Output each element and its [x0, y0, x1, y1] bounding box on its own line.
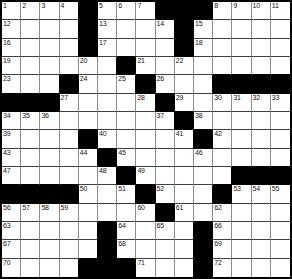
clue-number: 34: [3, 112, 10, 120]
black-cell-r1c5: [79, 2, 98, 20]
cell-r14c7[interactable]: 68: [117, 240, 136, 258]
clue-number: 69: [214, 240, 221, 248]
cell-r14c15[interactable]: [271, 240, 290, 258]
clue-number: 48: [99, 167, 106, 175]
clue-number: 71: [137, 259, 144, 267]
cell-r3c9[interactable]: [156, 39, 175, 57]
cell-r3c4[interactable]: [60, 39, 79, 57]
clue-number: 18: [195, 39, 202, 47]
cell-r15c13[interactable]: [232, 259, 251, 277]
cell-r2c14[interactable]: [252, 20, 271, 38]
clue-number: 33: [272, 94, 279, 102]
cell-r9c10[interactable]: [175, 149, 194, 167]
cell-r3c12[interactable]: [213, 39, 232, 57]
cell-r2c6[interactable]: 13: [98, 20, 117, 38]
cell-r5c3[interactable]: [40, 75, 59, 93]
black-cell-r12c9: [156, 204, 175, 222]
cell-r9c4[interactable]: [60, 149, 79, 167]
black-cell-r15c11: [194, 259, 213, 277]
cell-r5c9[interactable]: 26: [156, 75, 175, 93]
cell-r13c14[interactable]: [252, 222, 271, 240]
cell-r14c14[interactable]: [252, 240, 271, 258]
cell-r9c14[interactable]: [252, 149, 271, 167]
cell-r12c4[interactable]: 59: [60, 204, 79, 222]
black-cell-r13c11: [194, 222, 213, 240]
cell-r9c15[interactable]: [271, 149, 290, 167]
clue-number: 62: [214, 204, 221, 212]
cell-r7c6[interactable]: [98, 112, 117, 130]
clue-number: 44: [80, 149, 87, 157]
black-cell-r6c1: [2, 94, 21, 112]
cell-r13c4[interactable]: [60, 222, 79, 240]
clue-number: 65: [157, 222, 164, 230]
cell-r6c11[interactable]: [194, 94, 213, 112]
black-cell-r5c8: [136, 75, 155, 93]
cell-r4c8[interactable]: 21: [136, 57, 155, 75]
cell-r11c13[interactable]: 53: [232, 185, 251, 203]
cell-r8c2[interactable]: [21, 130, 40, 148]
cell-r6c7[interactable]: [117, 94, 136, 112]
cell-r5c2[interactable]: [21, 75, 40, 93]
cell-r6c4[interactable]: 27: [60, 94, 79, 112]
cell-r4c9[interactable]: [156, 57, 175, 75]
cell-r15c10[interactable]: [175, 259, 194, 277]
clue-number: 49: [137, 167, 144, 175]
clue-number: 47: [3, 167, 10, 175]
cell-r9c11[interactable]: 46: [194, 149, 213, 167]
cell-r15c4[interactable]: [60, 259, 79, 277]
clue-number: 37: [157, 112, 164, 120]
cell-r7c15[interactable]: [271, 112, 290, 130]
clue-number: 43: [3, 149, 10, 157]
clue-number: 13: [99, 20, 106, 28]
cell-r11c6[interactable]: [98, 185, 117, 203]
clue-number: 29: [176, 94, 183, 102]
cell-r10c8[interactable]: 49: [136, 167, 155, 185]
cell-r2c2[interactable]: [21, 20, 40, 38]
cell-r12c14[interactable]: [252, 204, 271, 222]
cell-r7c14[interactable]: [252, 112, 271, 130]
clue-number: 40: [99, 130, 106, 138]
black-cell-r3c10: [175, 39, 194, 57]
cell-r7c7[interactable]: [117, 112, 136, 130]
cell-r9c13[interactable]: [232, 149, 251, 167]
black-cell-r1c9: [156, 2, 175, 20]
clue-number: 17: [99, 39, 106, 47]
clue-number: 42: [214, 130, 221, 138]
black-cell-r10c13: [232, 167, 251, 185]
black-cell-r15c7: [117, 259, 136, 277]
cell-r2c15[interactable]: [271, 20, 290, 38]
black-cell-r11c12: [213, 185, 232, 203]
clue-number: 57: [22, 204, 29, 212]
cell-r7c5[interactable]: [79, 112, 98, 130]
black-cell-r5c14: [252, 75, 271, 93]
cell-r10c5[interactable]: [79, 167, 98, 185]
cell-r12c8[interactable]: 60: [136, 204, 155, 222]
cell-r13c5[interactable]: [79, 222, 98, 240]
cell-r5c6[interactable]: [98, 75, 117, 93]
cell-r13c3[interactable]: [40, 222, 59, 240]
cell-r2c7[interactable]: [117, 20, 136, 38]
cell-r10c9[interactable]: [156, 167, 175, 185]
cell-r7c13[interactable]: [232, 112, 251, 130]
cell-r15c8[interactable]: 71: [136, 259, 155, 277]
cell-r8c14[interactable]: [252, 130, 271, 148]
cell-r2c12[interactable]: [213, 20, 232, 38]
clue-number: 53: [233, 185, 240, 193]
clue-number: 4: [61, 2, 65, 10]
cell-r5c7[interactable]: 25: [117, 75, 136, 93]
cell-r14c8[interactable]: [136, 240, 155, 258]
cell-r15c14[interactable]: [252, 259, 271, 277]
cell-r12c12[interactable]: 62: [213, 204, 232, 222]
black-cell-r5c13: [232, 75, 251, 93]
cell-r2c11[interactable]: 15: [194, 20, 213, 38]
clue-number: 35: [22, 112, 29, 120]
cell-r11c9[interactable]: 52: [156, 185, 175, 203]
cell-r2c1[interactable]: 12: [2, 20, 21, 38]
cell-r15c12[interactable]: 72: [213, 259, 232, 277]
cell-r8c3[interactable]: [40, 130, 59, 148]
cell-r13c10[interactable]: [175, 222, 194, 240]
cell-r11c14[interactable]: 54: [252, 185, 271, 203]
cell-r12c11[interactable]: [194, 204, 213, 222]
cell-r14c1[interactable]: 67: [2, 240, 21, 258]
cell-r9c2[interactable]: [21, 149, 40, 167]
clue-number: 32: [253, 94, 260, 102]
black-cell-r6c3: [40, 94, 59, 112]
cell-r2c4[interactable]: [60, 20, 79, 38]
black-cell-r2c5: [79, 20, 98, 38]
black-cell-r6c9: [156, 94, 175, 112]
cell-r3c3[interactable]: [40, 39, 59, 57]
clue-number: 31: [233, 94, 240, 102]
cell-r1c15[interactable]: 11: [271, 2, 290, 20]
cell-r4c14[interactable]: [252, 57, 271, 75]
clue-number: 50: [80, 185, 87, 193]
cell-r15c2[interactable]: [21, 259, 40, 277]
cell-r8c7[interactable]: [117, 130, 136, 148]
cell-r2c8[interactable]: [136, 20, 155, 38]
black-cell-r10c7: [117, 167, 136, 185]
cell-r1c1[interactable]: 1: [2, 2, 21, 20]
clue-number: 58: [41, 204, 48, 212]
black-cell-r3c5: [79, 39, 98, 57]
clue-number: 24: [80, 75, 87, 83]
cell-r8c1[interactable]: 39: [2, 130, 21, 148]
cell-r10c12[interactable]: [213, 167, 232, 185]
cell-r6c5[interactable]: [79, 94, 98, 112]
black-cell-r11c8: [136, 185, 155, 203]
cell-r4c12[interactable]: [213, 57, 232, 75]
cell-r9c1[interactable]: 43: [2, 149, 21, 167]
clue-number: 56: [3, 204, 10, 212]
cell-r6c10[interactable]: 29: [175, 94, 194, 112]
clue-number: 38: [195, 112, 202, 120]
cell-r13c13[interactable]: [232, 222, 251, 240]
black-cell-r11c4: [60, 185, 79, 203]
cell-r4c15[interactable]: [271, 57, 290, 75]
clue-number: 2: [22, 2, 26, 10]
cell-r7c12[interactable]: [213, 112, 232, 130]
black-cell-r15c5: [79, 259, 98, 277]
cell-r6c12[interactable]: 30: [213, 94, 232, 112]
cell-r13c1[interactable]: 63: [2, 222, 21, 240]
black-cell-r5c15: [271, 75, 290, 93]
cell-r14c3[interactable]: [40, 240, 59, 258]
clue-number: 28: [137, 94, 144, 102]
cell-r7c9[interactable]: 37: [156, 112, 175, 130]
clue-number: 60: [137, 204, 144, 212]
clue-number: 51: [118, 185, 125, 193]
clue-number: 54: [253, 185, 260, 193]
cell-r1c12[interactable]: 8: [213, 2, 232, 20]
cell-r12c13[interactable]: [232, 204, 251, 222]
clue-number: 64: [118, 222, 125, 230]
clue-number: 61: [176, 204, 183, 212]
cell-r12c7[interactable]: [117, 204, 136, 222]
cell-r1c4[interactable]: 4: [60, 2, 79, 20]
cell-r5c5[interactable]: 24: [79, 75, 98, 93]
cell-r8c8[interactable]: [136, 130, 155, 148]
cell-r10c10[interactable]: [175, 167, 194, 185]
cell-r14c9[interactable]: [156, 240, 175, 258]
cell-r6c13[interactable]: 31: [232, 94, 251, 112]
cell-r8c12[interactable]: 42: [213, 130, 232, 148]
cell-r4c3[interactable]: [40, 57, 59, 75]
cell-r9c3[interactable]: [40, 149, 59, 167]
clue-number: 46: [195, 149, 202, 157]
cell-r14c2[interactable]: [21, 240, 40, 258]
cell-r1c7[interactable]: 6: [117, 2, 136, 20]
cell-r10c6[interactable]: 48: [98, 167, 117, 185]
cell-r11c5[interactable]: 50: [79, 185, 98, 203]
cell-r3c7[interactable]: [117, 39, 136, 57]
cell-r13c9[interactable]: 65: [156, 222, 175, 240]
cell-r3c15[interactable]: [271, 39, 290, 57]
cell-r15c1[interactable]: 70: [2, 259, 21, 277]
cell-r13c15[interactable]: [271, 222, 290, 240]
cell-r8c9[interactable]: [156, 130, 175, 148]
clue-number: 11: [272, 2, 279, 10]
cell-r12c15[interactable]: [271, 204, 290, 222]
cell-r11c7[interactable]: 51: [117, 185, 136, 203]
cell-r12c3[interactable]: 58: [40, 204, 59, 222]
black-cell-r8c5: [79, 130, 98, 148]
clue-number: 70: [3, 259, 10, 267]
cell-r4c13[interactable]: [232, 57, 251, 75]
cell-r10c3[interactable]: [40, 167, 59, 185]
cell-r9c7[interactable]: 45: [117, 149, 136, 167]
cell-r4c10[interactable]: 22: [175, 57, 194, 75]
cell-r9c8[interactable]: [136, 149, 155, 167]
black-cell-r11c3: [40, 185, 59, 203]
cell-r7c11[interactable]: 38: [194, 112, 213, 130]
cell-r14c13[interactable]: [232, 240, 251, 258]
cell-r13c7[interactable]: 64: [117, 222, 136, 240]
cell-r6c6[interactable]: [98, 94, 117, 112]
clue-number: 66: [214, 222, 221, 230]
clue-number: 39: [3, 130, 10, 138]
cell-r4c4[interactable]: [60, 57, 79, 75]
clue-number: 55: [272, 185, 279, 193]
cell-r11c11[interactable]: [194, 185, 213, 203]
black-cell-r6c2: [21, 94, 40, 112]
cell-r4c1[interactable]: 19: [2, 57, 21, 75]
clue-number: 16: [3, 39, 10, 47]
cell-r5c10[interactable]: [175, 75, 194, 93]
clue-number: 6: [118, 2, 122, 10]
clue-number: 7: [137, 2, 141, 10]
cell-r12c5[interactable]: [79, 204, 98, 222]
cell-r8c6[interactable]: 40: [98, 130, 117, 148]
cell-r7c4[interactable]: [60, 112, 79, 130]
clue-number: 45: [118, 149, 125, 157]
clue-number: 15: [195, 20, 202, 28]
clue-number: 52: [157, 185, 164, 193]
cell-r13c12[interactable]: 66: [213, 222, 232, 240]
clue-number: 14: [157, 20, 164, 28]
black-cell-r11c1: [2, 185, 21, 203]
clue-number: 9: [233, 2, 237, 10]
clue-number: 19: [3, 57, 10, 65]
cell-r9c5[interactable]: 44: [79, 149, 98, 167]
cell-r13c2[interactable]: [21, 222, 40, 240]
cell-r15c9[interactable]: [156, 259, 175, 277]
clue-number: 21: [137, 57, 144, 65]
cell-r4c6[interactable]: [98, 57, 117, 75]
cell-r4c11[interactable]: [194, 57, 213, 75]
cell-r8c10[interactable]: 41: [175, 130, 194, 148]
clue-number: 68: [118, 240, 125, 248]
cell-r3c13[interactable]: [232, 39, 251, 57]
cell-r8c4[interactable]: [60, 130, 79, 148]
cell-r12c6[interactable]: [98, 204, 117, 222]
cell-r14c12[interactable]: 69: [213, 240, 232, 258]
black-cell-r9c6: [98, 149, 117, 167]
cell-r2c3[interactable]: [40, 20, 59, 38]
cell-r5c11[interactable]: [194, 75, 213, 93]
clue-number: 30: [214, 94, 221, 102]
clue-number: 10: [253, 2, 260, 10]
cell-r6c15[interactable]: 33: [271, 94, 290, 112]
clue-number: 63: [3, 222, 10, 230]
cell-r5c1[interactable]: 23: [2, 75, 21, 93]
cell-r1c13[interactable]: 9: [232, 2, 251, 20]
clue-number: 36: [41, 112, 48, 120]
black-cell-r2c10: [175, 20, 194, 38]
black-cell-r5c12: [213, 75, 232, 93]
cell-r15c3[interactable]: [40, 259, 59, 277]
clue-number: 20: [80, 57, 87, 65]
clue-number: 41: [176, 130, 183, 138]
clue-number: 27: [61, 94, 68, 102]
cell-r7c2[interactable]: 35: [21, 112, 40, 130]
cell-r3c6[interactable]: 17: [98, 39, 117, 57]
clue-number: 8: [214, 2, 218, 10]
cell-r12c10[interactable]: 61: [175, 204, 194, 222]
cell-r3c8[interactable]: [136, 39, 155, 57]
cell-r3c11[interactable]: 18: [194, 39, 213, 57]
clue-number: 25: [118, 75, 125, 83]
black-cell-r14c6: [98, 240, 117, 258]
cell-r14c10[interactable]: [175, 240, 194, 258]
cell-r8c15[interactable]: [271, 130, 290, 148]
cell-r12c2[interactable]: 57: [21, 204, 40, 222]
black-cell-r5c4: [60, 75, 79, 93]
clue-number: 67: [3, 240, 10, 248]
cell-r9c12[interactable]: [213, 149, 232, 167]
clue-number: 23: [3, 75, 10, 83]
cell-r10c4[interactable]: [60, 167, 79, 185]
clue-number: 3: [41, 2, 45, 10]
black-cell-r10c14: [252, 167, 271, 185]
black-cell-r10c15: [271, 167, 290, 185]
black-cell-r11c2: [21, 185, 40, 203]
cell-r6c8[interactable]: 28: [136, 94, 155, 112]
cell-r1c3[interactable]: 3: [40, 2, 59, 20]
cell-r10c1[interactable]: 47: [2, 167, 21, 185]
black-cell-r1c11: [194, 2, 213, 20]
clue-number: 12: [3, 20, 10, 28]
cell-r7c1[interactable]: 34: [2, 112, 21, 130]
cell-r6c14[interactable]: 32: [252, 94, 271, 112]
black-cell-r15c6: [98, 259, 117, 277]
cell-r14c4[interactable]: [60, 240, 79, 258]
cell-r1c2[interactable]: 2: [21, 2, 40, 20]
cell-r1c6[interactable]: 5: [98, 2, 117, 20]
clue-number: 72: [214, 259, 221, 267]
cell-r10c11[interactable]: [194, 167, 213, 185]
cell-r14c5[interactable]: [79, 240, 98, 258]
cell-r3c2[interactable]: [21, 39, 40, 57]
clue-number: 1: [3, 2, 7, 10]
clue-number: 22: [176, 57, 183, 65]
cell-r7c8[interactable]: [136, 112, 155, 130]
clue-number: 26: [157, 75, 164, 83]
cell-r13c8[interactable]: [136, 222, 155, 240]
cell-r8c13[interactable]: [232, 130, 251, 148]
cell-r9c9[interactable]: [156, 149, 175, 167]
cell-r15c15[interactable]: [271, 259, 290, 277]
cell-r12c1[interactable]: 56: [2, 204, 21, 222]
cell-r1c14[interactable]: 10: [252, 2, 271, 20]
black-cell-r14c11: [194, 240, 213, 258]
cell-r4c2[interactable]: [21, 57, 40, 75]
black-cell-r8c11: [194, 130, 213, 148]
black-cell-r4c7: [117, 57, 136, 75]
cell-r7c3[interactable]: 36: [40, 112, 59, 130]
black-cell-r7c10: [175, 112, 194, 130]
cell-r11c15[interactable]: 55: [271, 185, 290, 203]
clue-number: 59: [61, 204, 68, 212]
cell-r3c14[interactable]: [252, 39, 271, 57]
cell-r11c10[interactable]: [175, 185, 194, 203]
cell-r2c13[interactable]: [232, 20, 251, 38]
cell-r2c9[interactable]: 14: [156, 20, 175, 38]
black-cell-r1c10: [175, 2, 194, 20]
crossword-board: 1234567891011121314151617181920212223242…: [0, 0, 292, 279]
cell-r3c1[interactable]: 16: [2, 39, 21, 57]
cell-r10c2[interactable]: [21, 167, 40, 185]
cell-r4c5[interactable]: 20: [79, 57, 98, 75]
cell-r1c8[interactable]: 7: [136, 2, 155, 20]
clue-number: 5: [99, 2, 103, 10]
black-cell-r13c6: [98, 222, 117, 240]
